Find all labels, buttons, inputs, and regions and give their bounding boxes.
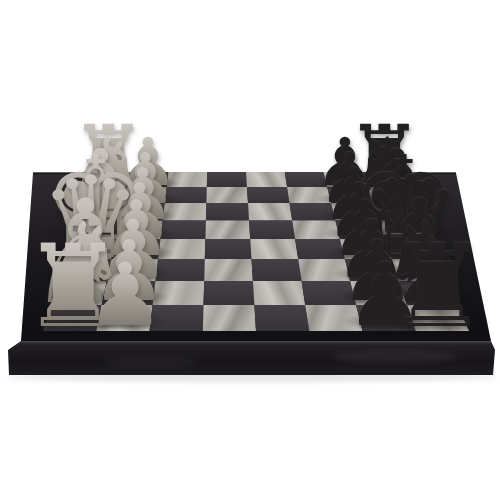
square-d3 <box>158 239 205 259</box>
square-f6 <box>290 203 336 220</box>
square-d2 <box>111 239 160 259</box>
square-b5 <box>253 281 305 305</box>
square-a5 <box>254 305 309 331</box>
square-c2 <box>107 259 158 281</box>
product-photo-chess-set: ♜♞♝♛♚♝♞♜♟♟♟♟♟♟♟♟♟♟♟♟♟♟♟♟♜♞♝♛♚♝♞♜ <box>0 0 500 500</box>
square-f5 <box>248 203 292 220</box>
square-c1 <box>58 259 111 281</box>
square-b1 <box>51 281 107 305</box>
square-a4 <box>203 305 256 331</box>
square-f2 <box>120 203 165 220</box>
square-d4 <box>205 239 252 259</box>
square-f7 <box>331 203 378 220</box>
base-marble-swirl <box>333 350 457 364</box>
square-e7 <box>335 220 384 239</box>
square-c4 <box>204 259 253 281</box>
square-c3 <box>156 259 205 281</box>
square-b2 <box>102 281 156 305</box>
square-g8 <box>367 187 414 203</box>
square-g4 <box>206 187 248 203</box>
square-g1 <box>82 187 127 203</box>
square-f1 <box>76 203 123 220</box>
square-h7 <box>324 172 368 187</box>
square-f8 <box>373 203 422 220</box>
square-c6 <box>298 259 350 281</box>
square-c5 <box>252 259 302 281</box>
square-g5 <box>247 187 290 203</box>
square-c8 <box>392 259 448 281</box>
chess-board <box>0 0 500 500</box>
square-h6 <box>285 172 327 187</box>
square-b3 <box>153 281 205 305</box>
square-h5 <box>246 172 287 187</box>
square-d8 <box>385 239 439 259</box>
square-c7 <box>345 259 399 281</box>
squares <box>43 172 469 331</box>
square-a7 <box>356 305 416 331</box>
square-d1 <box>65 239 116 259</box>
square-e3 <box>161 220 206 239</box>
square-a3 <box>150 305 204 331</box>
square-d6 <box>295 239 345 259</box>
square-e5 <box>249 220 295 239</box>
square-d5 <box>250 239 298 259</box>
square-h2 <box>127 172 169 187</box>
square-f4 <box>206 203 249 220</box>
square-d7 <box>340 239 392 259</box>
square-a2 <box>96 305 152 331</box>
base-marble-swirl <box>102 356 198 368</box>
square-f3 <box>163 203 207 220</box>
square-b4 <box>204 281 255 305</box>
square-e6 <box>292 220 340 239</box>
square-h3 <box>167 172 208 187</box>
square-a1 <box>43 305 102 331</box>
square-e4 <box>205 220 250 239</box>
square-g3 <box>165 187 207 203</box>
square-b6 <box>302 281 357 305</box>
square-e2 <box>116 220 163 239</box>
square-b7 <box>350 281 407 305</box>
square-g2 <box>123 187 167 203</box>
square-h1 <box>87 172 130 187</box>
square-g6 <box>287 187 331 203</box>
square-h8 <box>362 172 407 187</box>
square-b8 <box>399 281 458 305</box>
square-h4 <box>207 172 247 187</box>
square-a6 <box>305 305 362 331</box>
square-g7 <box>327 187 373 203</box>
square-e8 <box>379 220 430 239</box>
square-e1 <box>71 220 120 239</box>
